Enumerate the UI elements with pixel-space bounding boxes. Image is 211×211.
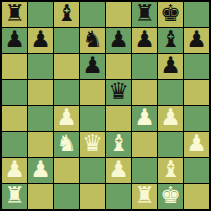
square-e4[interactable]	[106, 106, 131, 131]
black-pawn: ♟	[186, 28, 207, 52]
square-c4[interactable]: ♟	[54, 106, 79, 131]
black-pawn: ♟	[108, 28, 129, 52]
square-b5[interactable]	[28, 80, 53, 105]
black-rook: ♜	[4, 2, 25, 26]
black-bishop: ♝	[160, 28, 181, 52]
black-pawn: ♟	[30, 28, 51, 52]
square-c5[interactable]	[54, 80, 79, 105]
square-f3[interactable]	[132, 132, 157, 157]
white-queen: ♛	[82, 132, 103, 156]
white-rook: ♜	[134, 184, 155, 208]
white-pawn: ♟	[134, 106, 155, 130]
square-h2[interactable]	[184, 158, 209, 183]
square-a6[interactable]	[2, 54, 27, 79]
square-e1[interactable]	[106, 184, 131, 209]
white-knight: ♞	[56, 132, 77, 156]
square-g8[interactable]: ♚	[158, 2, 183, 27]
square-b3[interactable]	[28, 132, 53, 157]
square-d6[interactable]: ♟	[80, 54, 105, 79]
square-b7[interactable]: ♟	[28, 28, 53, 53]
square-h8[interactable]	[184, 2, 209, 27]
square-c3[interactable]: ♞	[54, 132, 79, 157]
white-pawn: ♟	[160, 106, 181, 130]
square-c7[interactable]	[54, 28, 79, 53]
square-c8[interactable]: ♝	[54, 2, 79, 27]
square-c6[interactable]	[54, 54, 79, 79]
white-bishop: ♝	[160, 158, 181, 182]
square-f8[interactable]: ♜	[132, 2, 157, 27]
square-d8[interactable]	[80, 2, 105, 27]
square-g2[interactable]: ♝	[158, 158, 183, 183]
white-pawn: ♟	[186, 132, 207, 156]
square-g5[interactable]	[158, 80, 183, 105]
square-a7[interactable]: ♟	[2, 28, 27, 53]
black-pawn: ♟	[134, 28, 155, 52]
square-d5[interactable]	[80, 80, 105, 105]
black-queen: ♛	[108, 80, 129, 104]
white-king: ♚	[160, 184, 181, 208]
white-bishop: ♝	[108, 132, 129, 156]
square-a8[interactable]: ♜	[2, 2, 27, 27]
square-g3[interactable]	[158, 132, 183, 157]
square-h5[interactable]	[184, 80, 209, 105]
white-pawn: ♟	[30, 158, 51, 182]
black-king: ♚	[160, 2, 181, 26]
square-b2[interactable]: ♟	[28, 158, 53, 183]
square-a3[interactable]	[2, 132, 27, 157]
square-e3[interactable]: ♝	[106, 132, 131, 157]
square-b1[interactable]	[28, 184, 53, 209]
square-e5[interactable]: ♛	[106, 80, 131, 105]
square-h6[interactable]	[184, 54, 209, 79]
square-a4[interactable]	[2, 106, 27, 131]
chess-board: ♜♝♜♚♟♟♞♟♟♝♟♟♟♛♟♟♟♞♛♝♟♟♟♟♝♜♜♚	[0, 0, 211, 211]
square-f5[interactable]	[132, 80, 157, 105]
square-e2[interactable]: ♟	[106, 158, 131, 183]
square-a2[interactable]: ♟	[2, 158, 27, 183]
square-d2[interactable]	[80, 158, 105, 183]
square-h4[interactable]	[184, 106, 209, 131]
square-h1[interactable]	[184, 184, 209, 209]
white-pawn: ♟	[4, 158, 25, 182]
black-pawn: ♟	[82, 54, 103, 78]
square-f2[interactable]	[132, 158, 157, 183]
black-pawn: ♟	[160, 54, 181, 78]
black-pawn: ♟	[4, 28, 25, 52]
square-f1[interactable]: ♜	[132, 184, 157, 209]
square-a1[interactable]: ♜	[2, 184, 27, 209]
square-d3[interactable]: ♛	[80, 132, 105, 157]
square-c1[interactable]	[54, 184, 79, 209]
square-b4[interactable]	[28, 106, 53, 131]
square-e7[interactable]: ♟	[106, 28, 131, 53]
square-g7[interactable]: ♝	[158, 28, 183, 53]
square-h3[interactable]: ♟	[184, 132, 209, 157]
square-c2[interactable]	[54, 158, 79, 183]
square-a5[interactable]	[2, 80, 27, 105]
square-d4[interactable]	[80, 106, 105, 131]
square-d7[interactable]: ♞	[80, 28, 105, 53]
square-f4[interactable]: ♟	[132, 106, 157, 131]
square-g4[interactable]: ♟	[158, 106, 183, 131]
black-rook: ♜	[134, 2, 155, 26]
white-pawn: ♟	[56, 106, 77, 130]
square-b8[interactable]	[28, 2, 53, 27]
square-h7[interactable]: ♟	[184, 28, 209, 53]
square-b6[interactable]	[28, 54, 53, 79]
square-f7[interactable]: ♟	[132, 28, 157, 53]
white-rook: ♜	[4, 184, 25, 208]
square-e8[interactable]	[106, 2, 131, 27]
square-g6[interactable]: ♟	[158, 54, 183, 79]
square-f6[interactable]	[132, 54, 157, 79]
white-pawn: ♟	[108, 158, 129, 182]
square-d1[interactable]	[80, 184, 105, 209]
black-bishop: ♝	[56, 2, 77, 26]
black-knight: ♞	[82, 28, 103, 52]
square-g1[interactable]: ♚	[158, 184, 183, 209]
square-e6[interactable]	[106, 54, 131, 79]
